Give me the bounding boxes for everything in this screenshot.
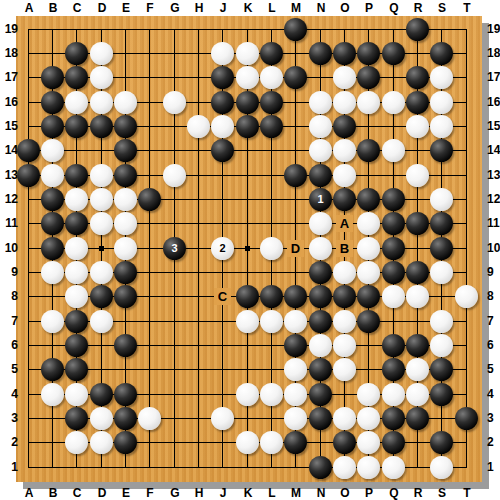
black-stone-C18[interactable] [65, 42, 88, 65]
coord-label-left-7-label: 7 [11, 315, 18, 327]
coord-label-left-13-label: 13 [5, 169, 18, 181]
white-stone-Q14[interactable] [382, 139, 405, 162]
coord-label-top-Q-label: Q [389, 2, 398, 14]
coord-label-left-10-label: 10 [5, 242, 18, 254]
coord-label-top-A: A [19, 1, 39, 15]
coord-label-left-4-label: 4 [11, 388, 18, 400]
black-stone-N7[interactable] [309, 310, 332, 333]
black-stone-F12[interactable] [138, 188, 161, 211]
black-stone-Q9[interactable] [382, 261, 405, 284]
white-stone-Q4[interactable] [382, 383, 405, 406]
black-stone-C5[interactable] [65, 358, 88, 381]
white-stone-S15[interactable] [430, 115, 453, 138]
black-stone-S11[interactable] [430, 212, 453, 235]
coord-label-left-15: 15 [0, 119, 18, 133]
coord-label-top-A-label: A [25, 2, 34, 14]
black-stone-D8[interactable] [90, 285, 113, 308]
black-stone-K15[interactable] [236, 115, 259, 138]
letter-mark-A-O11[interactable]: A [336, 215, 353, 232]
black-stone-R6[interactable] [406, 334, 429, 357]
white-stone-M7[interactable] [284, 310, 307, 333]
white-stone-C12[interactable] [65, 188, 88, 211]
black-stone-C7[interactable] [65, 310, 88, 333]
coord-label-top-M: M [286, 1, 306, 15]
coord-label-left-6-label: 6 [11, 339, 18, 351]
white-stone-L10[interactable] [260, 237, 283, 260]
coord-label-bottom-Q-label: Q [389, 487, 398, 499]
black-stone-C15[interactable] [65, 115, 88, 138]
coord-label-bottom-E-label: E [122, 487, 130, 499]
black-stone-S18[interactable] [430, 42, 453, 65]
black-stone-O8[interactable] [333, 285, 356, 308]
coord-label-bottom-R: R [408, 486, 428, 500]
black-stone-P14[interactable] [357, 139, 380, 162]
white-stone-E11[interactable] [114, 212, 137, 235]
white-stone-N6[interactable] [309, 334, 332, 357]
black-stone-L15[interactable] [260, 115, 283, 138]
black-stone-Q11[interactable] [382, 212, 405, 235]
black-stone-R9[interactable] [406, 261, 429, 284]
coord-label-left-10: 10 [0, 241, 18, 255]
white-stone-D13[interactable] [90, 164, 113, 187]
white-stone-O1[interactable] [333, 456, 356, 479]
coord-label-left-2-label: 2 [11, 436, 18, 448]
black-stone-O18[interactable] [333, 42, 356, 65]
white-stone-N15[interactable] [309, 115, 332, 138]
letter-mark-B-O10[interactable]: B [336, 240, 353, 257]
coord-label-left-8-label: 8 [11, 290, 18, 302]
white-stone-B4[interactable] [41, 383, 64, 406]
black-stone-N12[interactable]: 1 [309, 188, 332, 211]
white-stone-J15[interactable] [211, 115, 234, 138]
coord-label-right-13: 13 [487, 168, 500, 182]
white-stone-C9[interactable] [65, 261, 88, 284]
coord-label-right-5: 5 [487, 362, 500, 376]
white-stone-S16[interactable] [430, 91, 453, 114]
coord-label-top-G: G [165, 1, 185, 15]
white-stone-O17[interactable] [333, 66, 356, 89]
black-stone-N3[interactable] [309, 407, 332, 430]
white-stone-P4[interactable] [357, 383, 380, 406]
black-stone-Q18[interactable] [382, 42, 405, 65]
black-stone-N18[interactable] [309, 42, 332, 65]
black-stone-O12[interactable] [333, 188, 356, 211]
black-stone-D15[interactable] [90, 115, 113, 138]
coord-label-left-15-label: 15 [5, 120, 18, 132]
black-stone-N5[interactable] [309, 358, 332, 381]
white-stone-D11[interactable] [90, 212, 113, 235]
white-stone-J3[interactable] [211, 407, 234, 430]
black-stone-T3[interactable] [455, 407, 478, 430]
white-stone-T8[interactable] [455, 285, 478, 308]
black-stone-E2[interactable] [114, 431, 137, 454]
black-stone-O2[interactable] [333, 431, 356, 454]
coord-label-top-B-label: B [49, 2, 58, 14]
coord-label-right-16: 16 [487, 95, 500, 109]
coord-label-bottom-B: B [43, 486, 63, 500]
black-stone-Q12[interactable] [382, 188, 405, 211]
coord-label-bottom-S: S [432, 486, 452, 500]
coord-label-right-3-label: 3 [487, 412, 494, 424]
white-stone-O6[interactable] [333, 334, 356, 357]
black-stone-E9[interactable] [114, 261, 137, 284]
coord-label-bottom-J-label: J [220, 487, 227, 499]
coord-label-right-9-label: 9 [487, 266, 494, 278]
coord-label-right-12-label: 12 [487, 193, 500, 205]
coord-label-right-15-label: 15 [487, 120, 500, 132]
white-stone-S1[interactable] [430, 456, 453, 479]
white-stone-D17[interactable] [90, 66, 113, 89]
black-stone-C11[interactable] [65, 212, 88, 235]
coord-label-top-M-label: M [291, 2, 301, 14]
white-stone-Q1[interactable] [382, 456, 405, 479]
white-stone-Q16[interactable] [382, 91, 405, 114]
white-stone-L7[interactable] [260, 310, 283, 333]
letter-mark-A-O11-label: A [340, 217, 349, 230]
white-stone-P2[interactable] [357, 431, 380, 454]
coord-label-right-5-label: 5 [487, 363, 494, 375]
black-stone-Q5[interactable] [382, 358, 405, 381]
white-stone-M5[interactable] [284, 358, 307, 381]
white-stone-C10[interactable] [65, 237, 88, 260]
black-stone-E14[interactable] [114, 139, 137, 162]
white-stone-S7[interactable] [430, 310, 453, 333]
white-stone-P3[interactable] [357, 407, 380, 430]
black-stone-E4[interactable] [114, 383, 137, 406]
black-stone-R16[interactable] [406, 91, 429, 114]
white-stone-S12[interactable] [430, 188, 453, 211]
coord-label-top-F: F [140, 1, 160, 15]
coord-label-right-6: 6 [487, 338, 500, 352]
black-stone-A14[interactable] [17, 139, 40, 162]
white-stone-K4[interactable] [236, 383, 259, 406]
coord-label-bottom-Q: Q [384, 486, 404, 500]
white-stone-P11[interactable] [357, 212, 380, 235]
coord-label-left-9-label: 9 [11, 266, 18, 278]
black-stone-N8[interactable] [309, 285, 332, 308]
black-stone-P12[interactable] [357, 188, 380, 211]
white-stone-N14[interactable] [309, 139, 332, 162]
black-stone-L18[interactable] [260, 42, 283, 65]
white-stone-S6[interactable] [430, 334, 453, 357]
coord-label-right-8: 8 [487, 289, 500, 303]
black-stone-G10[interactable]: 3 [163, 237, 186, 260]
coord-label-right-1: 1 [487, 460, 500, 474]
white-stone-M4[interactable] [284, 383, 307, 406]
coord-label-top-S: S [432, 1, 452, 15]
coord-label-left-11: 11 [0, 216, 18, 230]
coord-label-top-C-label: C [73, 2, 82, 14]
coord-label-top-F-label: F [146, 2, 153, 14]
coord-label-right-14-label: 14 [487, 144, 500, 156]
coord-label-right-2: 2 [487, 435, 500, 449]
black-stone-Q10[interactable] [382, 237, 405, 260]
coord-label-top-J: J [213, 1, 233, 15]
white-stone-B7[interactable] [41, 310, 64, 333]
white-stone-B13[interactable] [41, 164, 64, 187]
black-stone-M13[interactable] [284, 164, 307, 187]
white-stone-B9[interactable] [41, 261, 64, 284]
white-stone-O7[interactable] [333, 310, 356, 333]
black-stone-Q6[interactable] [382, 334, 405, 357]
white-stone-K7[interactable] [236, 310, 259, 333]
white-stone-O5[interactable] [333, 358, 356, 381]
black-stone-R19[interactable] [406, 18, 429, 41]
coord-label-bottom-K: K [238, 486, 258, 500]
coord-label-left-16-label: 16 [5, 96, 18, 108]
white-stone-D12[interactable] [90, 188, 113, 211]
coord-label-top-J-label: J [220, 2, 227, 14]
coord-label-top-K-label: K [244, 2, 253, 14]
black-stone-P17[interactable] [357, 66, 380, 89]
black-stone-C17[interactable] [65, 66, 88, 89]
coord-label-bottom-B-label: B [49, 487, 58, 499]
coord-label-left-14-label: 14 [5, 144, 18, 156]
coord-label-left-5: 5 [0, 362, 18, 376]
white-stone-F3[interactable] [138, 407, 161, 430]
black-stone-B15[interactable] [41, 115, 64, 138]
coord-label-right-7: 7 [487, 314, 500, 328]
white-stone-J18[interactable] [211, 42, 234, 65]
black-stone-K16[interactable] [236, 91, 259, 114]
black-stone-R3[interactable] [406, 407, 429, 430]
white-stone-B14[interactable] [41, 139, 64, 162]
white-stone-C8[interactable] [65, 285, 88, 308]
black-stone-M8[interactable] [284, 285, 307, 308]
white-stone-D7[interactable] [90, 310, 113, 333]
black-stone-R17[interactable] [406, 66, 429, 89]
coord-label-bottom-H: H [189, 486, 209, 500]
letter-mark-C-J8[interactable]: C [214, 288, 231, 305]
black-stone-L8[interactable] [260, 285, 283, 308]
coord-label-right-17: 17 [487, 70, 500, 84]
white-stone-J10-label: 2 [219, 243, 225, 254]
black-stone-M2[interactable] [284, 431, 307, 454]
black-stone-N4[interactable] [309, 383, 332, 406]
black-stone-S2[interactable] [430, 431, 453, 454]
coord-label-right-19: 19 [487, 22, 500, 36]
coord-label-right-11-label: 11 [487, 217, 500, 229]
black-stone-D4[interactable] [90, 383, 113, 406]
black-stone-O15[interactable] [333, 115, 356, 138]
white-stone-J10[interactable]: 2 [211, 237, 234, 260]
black-stone-B5[interactable] [41, 358, 64, 381]
white-stone-C2[interactable] [65, 431, 88, 454]
black-stone-Q3[interactable] [382, 407, 405, 430]
coord-label-right-8-label: 8 [487, 290, 494, 302]
black-stone-C6[interactable] [65, 334, 88, 357]
white-stone-D18[interactable] [90, 42, 113, 65]
white-stone-M3[interactable] [284, 407, 307, 430]
coord-label-right-10: 10 [487, 241, 500, 255]
coord-label-left-17: 17 [0, 70, 18, 84]
white-stone-D16[interactable] [90, 91, 113, 114]
coord-label-left-1: 1 [0, 460, 18, 474]
coord-label-bottom-M-label: M [291, 487, 301, 499]
black-stone-G10-label: 3 [171, 243, 177, 254]
black-stone-J14[interactable] [211, 139, 234, 162]
coord-label-bottom-N: N [311, 486, 331, 500]
coord-label-bottom-C: C [67, 486, 87, 500]
coord-label-top-E: E [116, 1, 136, 15]
black-stone-E6[interactable] [114, 334, 137, 357]
coord-label-top-K: K [238, 1, 258, 15]
white-stone-Q8[interactable] [382, 285, 405, 308]
coord-label-left-7: 7 [0, 314, 18, 328]
white-stone-P16[interactable] [357, 91, 380, 114]
white-stone-S9[interactable] [430, 261, 453, 284]
black-stone-E8[interactable] [114, 285, 137, 308]
black-stone-S10[interactable] [430, 237, 453, 260]
coord-label-right-14: 14 [487, 143, 500, 157]
coord-label-bottom-E: E [116, 486, 136, 500]
white-stone-L4[interactable] [260, 383, 283, 406]
black-stone-B17[interactable] [41, 66, 64, 89]
coord-label-left-19-label: 19 [5, 23, 18, 35]
black-stone-E13[interactable] [114, 164, 137, 187]
coord-label-right-4-label: 4 [487, 388, 494, 400]
coord-label-right-1-label: 1 [487, 461, 494, 473]
black-stone-P8[interactable] [357, 285, 380, 308]
grid-line-vertical-T [466, 29, 467, 468]
black-stone-B12[interactable] [41, 188, 64, 211]
white-stone-R13[interactable] [406, 164, 429, 187]
black-stone-B16[interactable] [41, 91, 64, 114]
coord-label-top-O-label: O [340, 2, 349, 14]
white-stone-E12[interactable] [114, 188, 137, 211]
white-stone-R5[interactable] [406, 358, 429, 381]
coord-label-right-2-label: 2 [487, 436, 494, 448]
coord-label-top-P: P [359, 1, 379, 15]
black-stone-J16[interactable] [211, 91, 234, 114]
coord-label-bottom-G-label: G [170, 487, 179, 499]
white-stone-R4[interactable] [406, 383, 429, 406]
black-stone-N1[interactable] [309, 456, 332, 479]
white-stone-O9[interactable] [333, 261, 356, 284]
coord-label-left-6: 6 [0, 338, 18, 352]
white-stone-E16[interactable] [114, 91, 137, 114]
black-stone-M17[interactable] [284, 66, 307, 89]
black-stone-N9[interactable] [309, 261, 332, 284]
hoshi-point-K10 [245, 246, 250, 251]
coord-label-right-15: 15 [487, 119, 500, 133]
white-stone-G16[interactable] [163, 91, 186, 114]
coord-label-right-10-label: 10 [487, 242, 500, 254]
coord-label-top-P-label: P [365, 2, 373, 14]
black-stone-B10[interactable] [41, 237, 64, 260]
white-stone-P1[interactable] [357, 456, 380, 479]
white-stone-C16[interactable] [65, 91, 88, 114]
black-stone-B11[interactable] [41, 212, 64, 235]
white-stone-P9[interactable] [357, 261, 380, 284]
white-stone-K17[interactable] [236, 66, 259, 89]
white-stone-H15[interactable] [187, 115, 210, 138]
coord-label-bottom-T: T [457, 486, 477, 500]
letter-mark-D-M10[interactable]: D [287, 240, 304, 257]
black-stone-L16[interactable] [260, 91, 283, 114]
coord-label-left-4: 4 [0, 387, 18, 401]
coord-label-right-3: 3 [487, 411, 500, 425]
black-stone-C13[interactable] [65, 164, 88, 187]
white-stone-D2[interactable] [90, 431, 113, 454]
black-stone-C3[interactable] [65, 407, 88, 430]
white-stone-L2[interactable] [260, 431, 283, 454]
black-stone-S14[interactable] [430, 139, 453, 162]
white-stone-O14[interactable] [333, 139, 356, 162]
black-stone-N13[interactable] [309, 164, 332, 187]
black-stone-E15[interactable] [114, 115, 137, 138]
coord-label-left-3: 3 [0, 411, 18, 425]
white-stone-N16[interactable] [309, 91, 332, 114]
white-stone-K2[interactable] [236, 431, 259, 454]
white-stone-P10[interactable] [357, 237, 380, 260]
coord-label-bottom-A: A [19, 486, 39, 500]
coord-label-top-S-label: S [438, 2, 446, 14]
black-stone-M19[interactable] [284, 18, 307, 41]
white-stone-N10[interactable] [309, 237, 332, 260]
black-stone-J17[interactable] [211, 66, 234, 89]
black-stone-Q2[interactable] [382, 431, 405, 454]
coord-label-left-18-label: 18 [5, 47, 18, 59]
white-stone-D3[interactable] [90, 407, 113, 430]
coord-label-left-19: 19 [0, 22, 18, 36]
black-stone-M6[interactable] [284, 334, 307, 357]
coord-label-right-4: 4 [487, 387, 500, 401]
white-stone-N11[interactable] [309, 212, 332, 235]
letter-mark-B-O10-label: B [340, 242, 349, 255]
white-stone-L17[interactable] [260, 66, 283, 89]
coord-label-left-18: 18 [0, 46, 18, 60]
black-stone-N12-label: 1 [317, 194, 323, 205]
black-stone-E3[interactable] [114, 407, 137, 430]
coord-label-right-11: 11 [487, 216, 500, 230]
coord-label-bottom-T-label: T [463, 487, 470, 499]
black-stone-S4[interactable] [430, 383, 453, 406]
coord-label-top-L-label: L [268, 2, 275, 14]
coord-label-right-7-label: 7 [487, 315, 494, 327]
coord-label-top-Q: Q [384, 1, 404, 15]
white-stone-E10[interactable] [114, 237, 137, 260]
coord-label-bottom-H-label: H [195, 487, 204, 499]
black-stone-S5[interactable] [430, 358, 453, 381]
coord-label-right-12: 12 [487, 192, 500, 206]
black-stone-P18[interactable] [357, 42, 380, 65]
coord-label-bottom-C-label: C [73, 487, 82, 499]
white-stone-K18[interactable] [236, 42, 259, 65]
white-stone-R15[interactable] [406, 115, 429, 138]
white-stone-S17[interactable] [430, 66, 453, 89]
black-stone-P7[interactable] [357, 310, 380, 333]
white-stone-O3[interactable] [333, 407, 356, 430]
white-stone-C4[interactable] [65, 383, 88, 406]
white-stone-O13[interactable] [333, 164, 356, 187]
black-stone-K8[interactable] [236, 285, 259, 308]
black-stone-A13[interactable] [17, 164, 40, 187]
coord-label-right-19-label: 19 [487, 23, 500, 35]
coord-label-top-H: H [189, 1, 209, 15]
coord-label-bottom-N-label: N [317, 487, 326, 499]
coord-label-bottom-J: J [213, 486, 233, 500]
black-stone-R11[interactable] [406, 212, 429, 235]
coord-label-top-N-label: N [317, 2, 326, 14]
white-stone-R8[interactable] [406, 285, 429, 308]
white-stone-D9[interactable] [90, 261, 113, 284]
coord-label-right-13-label: 13 [487, 169, 500, 181]
white-stone-G13[interactable] [163, 164, 186, 187]
white-stone-O16[interactable] [333, 91, 356, 114]
coord-label-bottom-A-label: A [25, 487, 34, 499]
coord-label-top-C: C [67, 1, 87, 15]
